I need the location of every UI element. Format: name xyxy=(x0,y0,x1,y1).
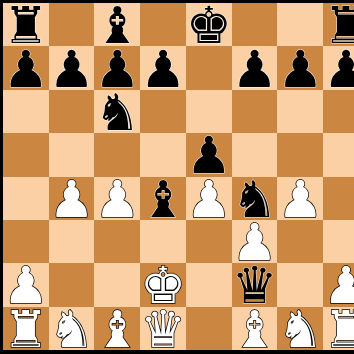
square-c1[interactable]: ♝ xyxy=(94,307,140,350)
square-h4[interactable] xyxy=(323,177,354,220)
square-b1[interactable]: ♞ xyxy=(49,307,95,350)
piece-black-pawn-d7[interactable]: ♟ xyxy=(140,48,186,91)
piece-white-rook-h1[interactable]: ♜ xyxy=(323,308,354,351)
square-h1[interactable]: ♜ xyxy=(323,307,354,350)
piece-white-pawn-g4[interactable]: ♟ xyxy=(277,178,323,221)
square-d7[interactable]: ♟ xyxy=(140,46,186,89)
square-c4[interactable]: ♟ xyxy=(94,177,140,220)
square-a4[interactable] xyxy=(3,177,49,220)
piece-black-pawn-a7[interactable]: ♟ xyxy=(3,48,49,91)
square-g7[interactable]: ♟ xyxy=(277,46,323,89)
square-b7[interactable]: ♟ xyxy=(49,46,95,89)
square-b4[interactable]: ♟ xyxy=(49,177,95,220)
square-a5[interactable] xyxy=(3,133,49,176)
piece-white-bishop-c1[interactable]: ♝ xyxy=(94,308,140,351)
square-e1[interactable] xyxy=(186,307,232,350)
piece-white-pawn-b4[interactable]: ♟ xyxy=(49,178,95,221)
square-f1[interactable]: ♝ xyxy=(232,307,278,350)
square-e8[interactable]: ♚ xyxy=(186,3,232,46)
piece-white-knight-g1[interactable]: ♞ xyxy=(277,308,323,351)
square-a1[interactable]: ♜ xyxy=(3,307,49,350)
square-f7[interactable]: ♟ xyxy=(232,46,278,89)
square-d1[interactable]: ♛ xyxy=(140,307,186,350)
piece-white-pawn-c4[interactable]: ♟ xyxy=(94,178,140,221)
piece-black-knight-c6[interactable]: ♞ xyxy=(94,91,140,134)
piece-black-pawn-g7[interactable]: ♟ xyxy=(277,48,323,91)
piece-white-bishop-f1[interactable]: ♝ xyxy=(232,308,278,351)
square-g4[interactable]: ♟ xyxy=(277,177,323,220)
square-e4[interactable]: ♟ xyxy=(186,177,232,220)
square-h7[interactable]: ♟ xyxy=(323,46,354,89)
piece-black-bishop-d4[interactable]: ♝ xyxy=(140,178,186,221)
piece-white-rook-a1[interactable]: ♜ xyxy=(3,308,49,351)
piece-black-pawn-h7[interactable]: ♟ xyxy=(323,48,354,91)
square-c6[interactable]: ♞ xyxy=(94,90,140,133)
piece-white-queen-d1[interactable]: ♛ xyxy=(140,308,186,351)
piece-black-pawn-f7[interactable]: ♟ xyxy=(232,48,278,91)
square-a7[interactable]: ♟ xyxy=(3,46,49,89)
piece-white-pawn-e4[interactable]: ♟ xyxy=(186,178,232,221)
chess-board: ♜♝♚♜♟♟♟♟♟♟♟♞♟♟♟♝♟♞♟♟♟♚♛♟♜♞♝♛♝♞♜ xyxy=(3,3,350,350)
square-g1[interactable]: ♞ xyxy=(277,307,323,350)
piece-white-knight-b1[interactable]: ♞ xyxy=(49,308,95,351)
piece-black-pawn-b7[interactable]: ♟ xyxy=(49,48,95,91)
square-d4[interactable]: ♝ xyxy=(140,177,186,220)
chess-board-frame: ♜♝♚♜♟♟♟♟♟♟♟♞♟♟♟♝♟♞♟♟♟♚♛♟♜♞♝♛♝♞♜ xyxy=(0,0,354,354)
piece-black-king-e8[interactable]: ♚ xyxy=(186,4,232,47)
square-h5[interactable] xyxy=(323,133,354,176)
square-e2[interactable] xyxy=(186,263,232,306)
